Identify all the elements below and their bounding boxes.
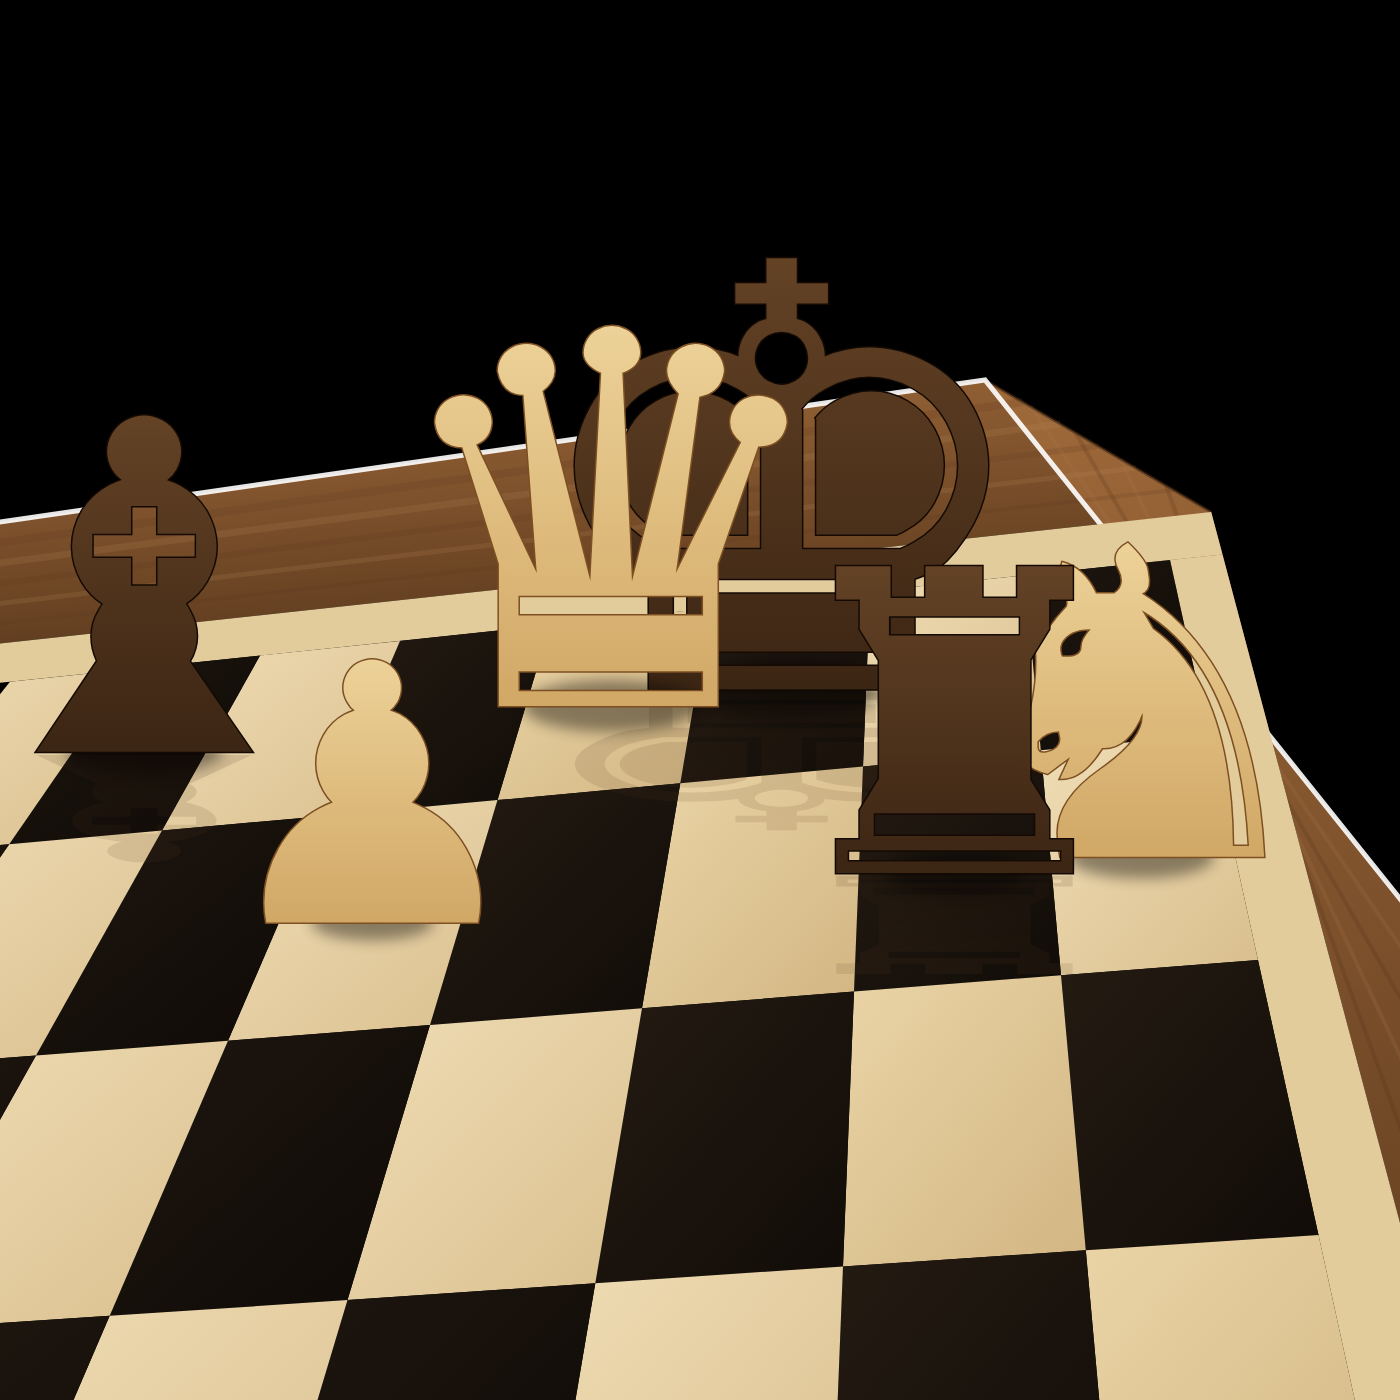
square-g5	[830, 1250, 1115, 1400]
piece-black-rook-g7: ♜♜	[766, 483, 1143, 1001]
piece-white-pawn-d7: ♟	[211, 588, 534, 1007]
board-photo: ♚♚♛♝♝♞♜♜♟	[0, 0, 1400, 1400]
square-g6	[843, 975, 1086, 1266]
chessboard-svg: ♚♚♛♝♝♞♜♜♟	[0, 0, 1400, 1400]
piece-glyph-pawn: ♟	[211, 588, 534, 1007]
piece-glyph-rook: ♜	[766, 483, 1143, 972]
